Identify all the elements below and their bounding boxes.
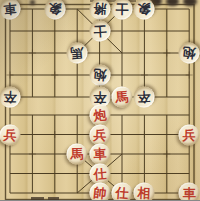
xiangqi-photo: 車象將士象士馬炮炮卒卒卒馬炮兵兵兵馬車仕帥仕相車 xyxy=(0,0,200,200)
piece-red-chariot[interactable]: 車 xyxy=(179,183,200,201)
background-object xyxy=(30,0,35,5)
piece-red-soldier[interactable]: 兵 xyxy=(89,123,111,145)
board-edge-marking xyxy=(48,197,59,200)
xiangqi-board[interactable]: 車象將士象士馬炮炮卒卒卒馬炮兵兵兵馬車仕帥仕相車 xyxy=(0,0,200,200)
piece-red-soldier[interactable]: 兵 xyxy=(179,124,200,145)
board-edge-marking xyxy=(31,197,44,200)
